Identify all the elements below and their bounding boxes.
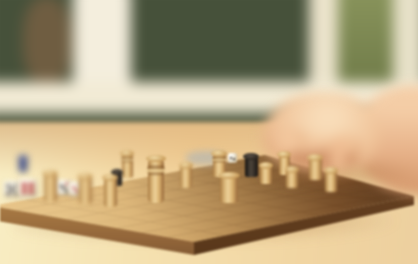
peg-light[interactable] (44, 172, 57, 202)
peg-body (220, 176, 238, 203)
die-2[interactable] (19, 179, 37, 197)
peg-cap (18, 155, 28, 162)
peg-cap (285, 166, 299, 173)
peg-cap (179, 162, 193, 169)
red-pip (22, 189, 27, 194)
peg-cap (324, 167, 338, 174)
peg-light-ridged[interactable] (122, 152, 133, 178)
peg-light[interactable] (309, 156, 322, 180)
peg-body (79, 177, 92, 204)
black-pip (7, 191, 10, 194)
red-pip (29, 189, 34, 194)
peg-body (104, 178, 117, 207)
red-pip (22, 183, 27, 188)
peg-cap (307, 154, 323, 161)
peg-light[interactable] (325, 169, 337, 192)
peg-light[interactable] (220, 174, 238, 203)
peg-cap (243, 153, 259, 160)
peg-cap (120, 150, 133, 157)
peg-body (122, 154, 133, 178)
black-pip (233, 158, 235, 160)
peg-light-ridged[interactable] (148, 157, 164, 203)
pieces-layer (0, 0, 418, 264)
peg-body (309, 158, 322, 180)
peg-cap (42, 170, 58, 177)
peg-cap (259, 162, 273, 169)
peg-blue[interactable] (19, 157, 27, 172)
peg-light[interactable] (104, 176, 117, 207)
peg-body (325, 171, 337, 192)
peg-dark[interactable] (245, 155, 258, 177)
black-pip (14, 184, 17, 187)
peg-body (148, 159, 164, 203)
peg-body (245, 157, 258, 177)
peg-cap (277, 151, 290, 158)
peg-light[interactable] (180, 164, 192, 188)
black-pip (14, 191, 17, 194)
die-on-board[interactable] (228, 153, 237, 163)
photo-scene (0, 0, 418, 264)
peg-light[interactable] (286, 168, 298, 188)
peg-cap (77, 173, 93, 180)
red-pip (29, 183, 34, 188)
black-pip (10, 188, 13, 191)
peg-cap (146, 155, 165, 162)
peg-cap (211, 150, 227, 157)
peg-body (44, 174, 57, 202)
peg-light[interactable] (260, 164, 272, 184)
peg-cap (102, 174, 118, 181)
black-pip (65, 189, 68, 192)
peg-cap (218, 172, 240, 179)
black-pip (7, 184, 10, 187)
black-pip (230, 157, 232, 159)
die-1[interactable] (4, 181, 20, 197)
peg-light[interactable] (79, 175, 92, 204)
peg-body (180, 166, 192, 188)
